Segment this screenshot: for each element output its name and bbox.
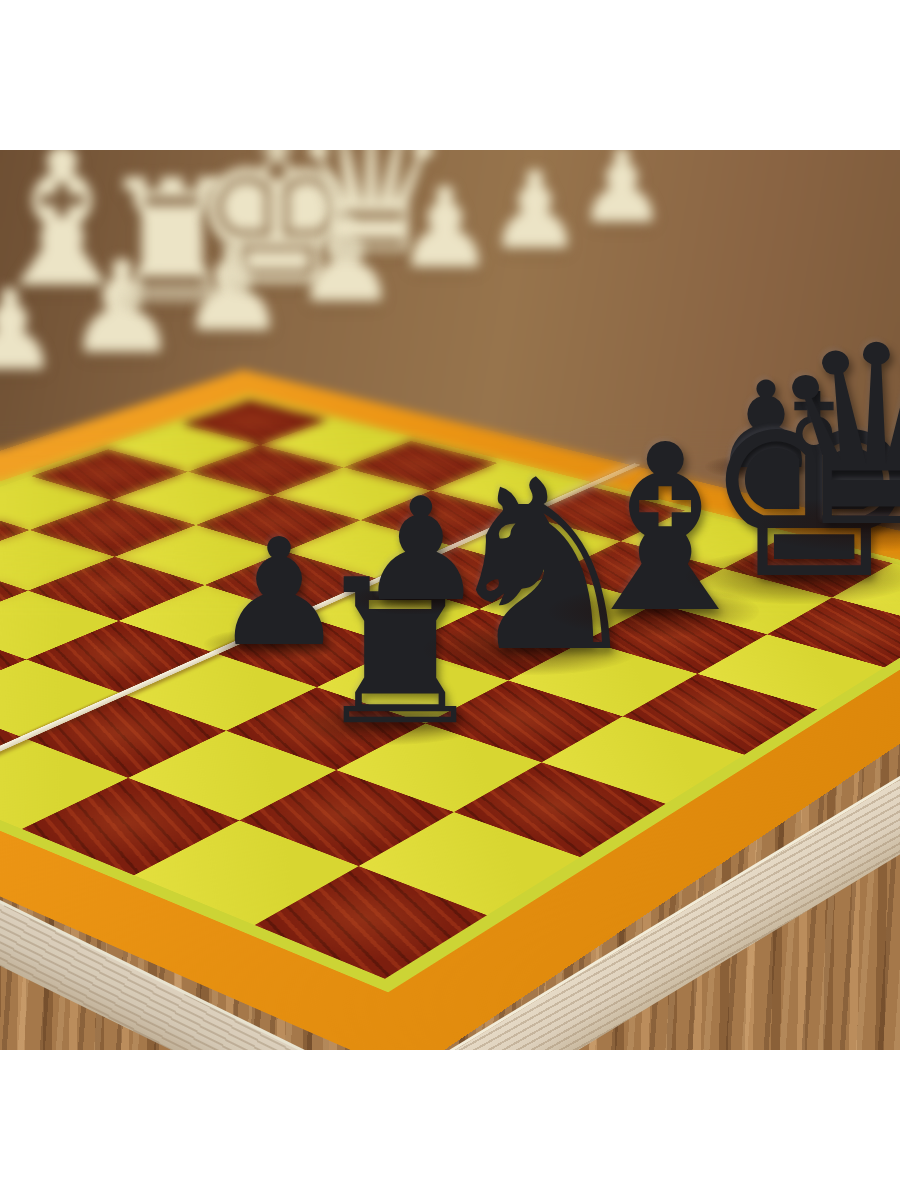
black-queen: ♛ <box>765 313 900 561</box>
product-photo-page: ♟♜♟♞♝♟♚♛♟♝♟♜♟♚♟♛♟♟♟ <box>0 0 900 1200</box>
white-pawn: ♟ <box>395 172 495 284</box>
white-pawn: ♟ <box>576 150 667 238</box>
pieces-layer: ♟♜♟♞♝♟♚♛♟♝♟♜♟♚♟♛♟♟♟ <box>0 150 900 1050</box>
chess-set-photo: ♟♜♟♞♝♟♚♛♟♝♟♜♟♚♟♛♟♟♟ <box>0 150 900 1050</box>
white-pawn: ♟ <box>487 157 584 265</box>
